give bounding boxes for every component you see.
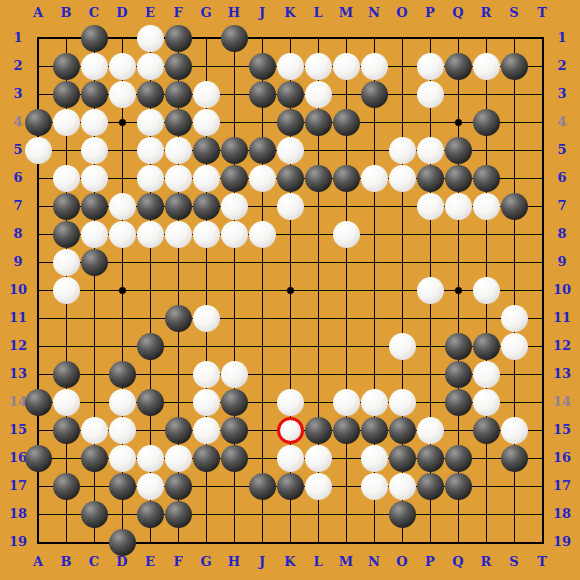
stone-B8 [53,221,80,248]
stone-D14 [109,389,136,416]
row-label-left-6: 6 [6,171,30,185]
stone-J6 [249,165,276,192]
stone-C6 [81,165,108,192]
stone-D16 [109,445,136,472]
col-label-top-B: B [54,6,78,20]
col-label-bottom-L: L [306,555,330,569]
stone-M8 [333,221,360,248]
col-label-top-F: F [166,6,190,20]
col-label-bottom-S: S [502,555,526,569]
row-label-left-13: 13 [6,367,30,381]
col-label-bottom-M: M [334,555,358,569]
stone-K5 [277,137,304,164]
stone-B14 [53,389,80,416]
stone-F6 [165,165,192,192]
stone-Q16 [445,445,472,472]
stone-R4 [473,109,500,136]
stone-J3 [249,81,276,108]
stone-Q5 [445,137,472,164]
stone-K7 [277,193,304,220]
row-label-right-9: 9 [550,255,574,269]
stone-A5 [25,137,52,164]
star-point-D10 [119,287,126,294]
stone-A4 [25,109,52,136]
stone-Q13 [445,361,472,388]
stone-E3 [137,81,164,108]
col-label-bottom-N: N [362,555,386,569]
stone-D8 [109,221,136,248]
stone-G13 [193,361,220,388]
col-label-bottom-F: F [166,555,190,569]
go-board[interactable]: AABBCCDDEEFFGGHHJJKKLLMMNNOOPPQQRRSSTT11… [0,0,580,580]
stone-R12 [473,333,500,360]
stone-C4 [81,109,108,136]
col-label-top-A: A [26,6,50,20]
star-point-D4 [119,119,126,126]
stone-N14 [361,389,388,416]
star-point-K10 [287,287,294,294]
stone-H14 [221,389,248,416]
stone-N17 [361,473,388,500]
stone-E6 [137,165,164,192]
stone-O6 [389,165,416,192]
stone-F7 [165,193,192,220]
stone-F18 [165,501,192,528]
stone-B4 [53,109,80,136]
stone-F3 [165,81,192,108]
stone-O17 [389,473,416,500]
stone-F15 [165,417,192,444]
stone-L3 [305,81,332,108]
stone-J17 [249,473,276,500]
stone-R13 [473,361,500,388]
row-label-right-16: 16 [550,451,574,465]
col-label-top-C: C [82,6,106,20]
col-label-top-M: M [334,6,358,20]
col-label-bottom-A: A [26,555,50,569]
col-label-top-P: P [418,6,442,20]
stone-H6 [221,165,248,192]
stone-K15-last-move-marker [277,417,304,444]
stone-H16 [221,445,248,472]
stone-H1 [221,25,248,52]
stone-K16 [277,445,304,472]
col-label-bottom-E: E [138,555,162,569]
stone-H15 [221,417,248,444]
stone-C9 [81,249,108,276]
stone-J2 [249,53,276,80]
row-label-left-18: 18 [6,507,30,521]
col-label-top-J: J [250,6,274,20]
stone-B2 [53,53,80,80]
stone-F4 [165,109,192,136]
stone-Q17 [445,473,472,500]
stone-S15 [501,417,528,444]
stone-R15 [473,417,500,444]
stone-D15 [109,417,136,444]
stone-F8 [165,221,192,248]
stone-G6 [193,165,220,192]
row-label-right-3: 3 [550,87,574,101]
stone-E8 [137,221,164,248]
col-label-bottom-H: H [222,555,246,569]
col-label-bottom-P: P [418,555,442,569]
stone-P2 [417,53,444,80]
stone-C3 [81,81,108,108]
stone-Q7 [445,193,472,220]
stone-J5 [249,137,276,164]
stone-O16 [389,445,416,472]
star-point-Q10 [455,287,462,294]
col-label-bottom-D: D [110,555,134,569]
col-label-bottom-J: J [250,555,274,569]
stone-O12 [389,333,416,360]
stone-B6 [53,165,80,192]
row-label-right-10: 10 [550,283,574,297]
row-label-right-12: 12 [550,339,574,353]
col-label-top-T: T [530,6,554,20]
stone-C15 [81,417,108,444]
col-label-bottom-C: C [82,555,106,569]
row-label-left-8: 8 [6,227,30,241]
row-label-right-18: 18 [550,507,574,521]
col-label-bottom-R: R [474,555,498,569]
stone-B3 [53,81,80,108]
row-label-left-3: 3 [6,87,30,101]
stone-G16 [193,445,220,472]
row-label-right-7: 7 [550,199,574,213]
stone-S7 [501,193,528,220]
stone-Q14 [445,389,472,416]
stone-D19 [109,529,136,556]
stone-P7 [417,193,444,220]
stone-M4 [333,109,360,136]
stone-H13 [221,361,248,388]
stone-N6 [361,165,388,192]
col-label-bottom-B: B [54,555,78,569]
stone-R2 [473,53,500,80]
row-label-left-15: 15 [6,423,30,437]
stone-G5 [193,137,220,164]
stone-D17 [109,473,136,500]
stone-C2 [81,53,108,80]
row-label-right-13: 13 [550,367,574,381]
stone-B13 [53,361,80,388]
col-label-bottom-T: T [530,555,554,569]
stone-S16 [501,445,528,472]
stone-F16 [165,445,192,472]
stone-B9 [53,249,80,276]
col-label-top-E: E [138,6,162,20]
stone-M6 [333,165,360,192]
row-label-left-17: 17 [6,479,30,493]
row-label-right-1: 1 [550,31,574,45]
col-label-top-G: G [194,6,218,20]
stone-B10 [53,277,80,304]
stone-K3 [277,81,304,108]
stone-D3 [109,81,136,108]
stone-K17 [277,473,304,500]
stone-R10 [473,277,500,304]
row-label-right-4: 4 [550,115,574,129]
stone-S2 [501,53,528,80]
col-label-bottom-G: G [194,555,218,569]
stone-M2 [333,53,360,80]
stone-D13 [109,361,136,388]
stone-Q12 [445,333,472,360]
stone-F2 [165,53,192,80]
stone-K2 [277,53,304,80]
row-label-left-2: 2 [6,59,30,73]
stone-L17 [305,473,332,500]
col-label-top-K: K [278,6,302,20]
stone-L2 [305,53,332,80]
stone-B17 [53,473,80,500]
stone-O15 [389,417,416,444]
stone-F1 [165,25,192,52]
stone-A14 [25,389,52,416]
row-label-left-11: 11 [6,311,30,325]
row-label-right-8: 8 [550,227,574,241]
stone-P10 [417,277,444,304]
stone-N15 [361,417,388,444]
stone-E7 [137,193,164,220]
stone-F5 [165,137,192,164]
stone-E14 [137,389,164,416]
stone-J8 [249,221,276,248]
stone-H7 [221,193,248,220]
stone-N16 [361,445,388,472]
stone-E16 [137,445,164,472]
stone-G4 [193,109,220,136]
stone-P17 [417,473,444,500]
stone-S11 [501,305,528,332]
stone-C8 [81,221,108,248]
star-point-Q4 [455,119,462,126]
stone-B15 [53,417,80,444]
stone-S12 [501,333,528,360]
row-label-right-11: 11 [550,311,574,325]
stone-E4 [137,109,164,136]
stone-H8 [221,221,248,248]
col-label-top-N: N [362,6,386,20]
col-label-top-D: D [110,6,134,20]
stone-N2 [361,53,388,80]
col-label-top-O: O [390,6,414,20]
col-label-bottom-Q: Q [446,555,470,569]
stone-N3 [361,81,388,108]
row-label-right-19: 19 [550,535,574,549]
stone-D7 [109,193,136,220]
stone-L16 [305,445,332,472]
row-label-left-9: 9 [6,255,30,269]
stone-G11 [193,305,220,332]
stone-C5 [81,137,108,164]
stone-G3 [193,81,220,108]
stone-C16 [81,445,108,472]
stone-P5 [417,137,444,164]
stone-H5 [221,137,248,164]
col-label-top-L: L [306,6,330,20]
stone-E5 [137,137,164,164]
stone-E1 [137,25,164,52]
stone-P16 [417,445,444,472]
row-label-right-17: 17 [550,479,574,493]
row-label-right-14: 14 [550,395,574,409]
stone-A16 [25,445,52,472]
stone-E12 [137,333,164,360]
row-label-left-12: 12 [6,339,30,353]
stone-K14 [277,389,304,416]
stone-C7 [81,193,108,220]
stone-F11 [165,305,192,332]
row-label-right-5: 5 [550,143,574,157]
row-label-left-7: 7 [6,199,30,213]
col-label-bottom-K: K [278,555,302,569]
stone-C1 [81,25,108,52]
col-label-top-R: R [474,6,498,20]
stone-K6 [277,165,304,192]
stone-C18 [81,501,108,528]
stone-P3 [417,81,444,108]
stone-R14 [473,389,500,416]
stone-Q6 [445,165,472,192]
row-label-left-10: 10 [6,283,30,297]
stone-G7 [193,193,220,220]
stone-K4 [277,109,304,136]
row-label-left-19: 19 [6,535,30,549]
col-label-top-S: S [502,6,526,20]
stone-M15 [333,417,360,444]
stone-F17 [165,473,192,500]
row-label-left-1: 1 [6,31,30,45]
stone-L15 [305,417,332,444]
stone-B7 [53,193,80,220]
stone-O14 [389,389,416,416]
stone-G15 [193,417,220,444]
stone-G8 [193,221,220,248]
stone-E2 [137,53,164,80]
stone-E18 [137,501,164,528]
stone-G14 [193,389,220,416]
stone-D2 [109,53,136,80]
stone-P6 [417,165,444,192]
stone-O18 [389,501,416,528]
stone-E17 [137,473,164,500]
row-label-right-6: 6 [550,171,574,185]
stone-M14 [333,389,360,416]
col-label-bottom-O: O [390,555,414,569]
stone-L6 [305,165,332,192]
row-label-right-15: 15 [550,423,574,437]
stone-O5 [389,137,416,164]
stone-P15 [417,417,444,444]
col-label-top-Q: Q [446,6,470,20]
stone-R6 [473,165,500,192]
row-label-right-2: 2 [550,59,574,73]
stone-Q2 [445,53,472,80]
stone-L4 [305,109,332,136]
col-label-top-H: H [222,6,246,20]
stone-R7 [473,193,500,220]
